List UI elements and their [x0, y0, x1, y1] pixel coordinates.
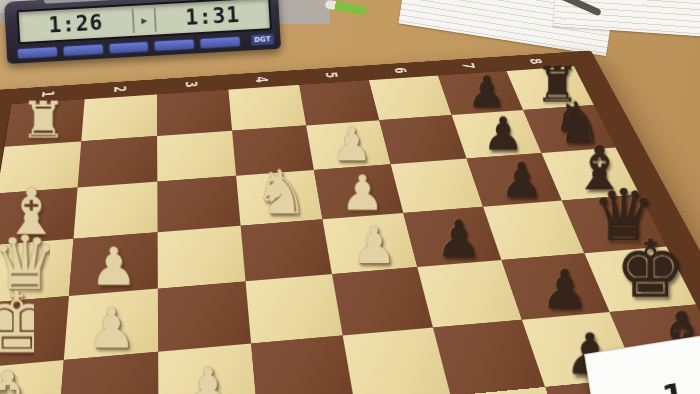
square-e2[interactable]: ♟ [64, 289, 158, 361]
square-f4[interactable] [251, 336, 355, 394]
square-f1[interactable]: ♝ [0, 360, 64, 394]
white-pawn-c5[interactable]: ♟ [322, 168, 403, 216]
white-pawn-b5[interactable]: ♟ [313, 122, 390, 168]
square-e4[interactable] [246, 274, 343, 343]
rank-label-1: 1 [32, 74, 64, 115]
white-knight-c4[interactable]: ♞ [240, 162, 322, 223]
clock-button-3[interactable] [108, 41, 149, 54]
white-bishop-f1[interactable]: ♝ [0, 362, 58, 394]
square-d3[interactable] [158, 226, 246, 289]
white-pawn-d2[interactable]: ♟ [70, 241, 158, 293]
square-c4[interactable]: ♞ [236, 170, 322, 226]
square-f5[interactable] [343, 328, 451, 394]
rank-label-4: 4 [246, 60, 278, 100]
clock-button-2[interactable] [62, 44, 103, 57]
black-pawn-d6[interactable]: ♟ [416, 213, 501, 264]
white-time-display: 1:26 [19, 9, 133, 39]
square-c5[interactable]: ♟ [314, 164, 403, 219]
white-pawn-f3[interactable]: ♟ [159, 360, 257, 394]
rank-label-2: 2 [106, 69, 135, 110]
clock-button-4[interactable] [154, 38, 195, 51]
square-b7[interactable]: ♟ [452, 110, 542, 159]
clock-button-1[interactable] [17, 46, 58, 59]
square-c7[interactable]: ♟ [467, 153, 562, 207]
dgt-logo: DGT [250, 33, 275, 46]
square-f2[interactable] [58, 352, 158, 394]
square-e5[interactable] [332, 267, 433, 335]
white-king-e1[interactable]: ♚ [0, 282, 64, 366]
black-time-display: 1:31 [156, 1, 270, 31]
black-pawn-b7[interactable]: ♟ [465, 111, 541, 156]
square-d6[interactable]: ♟ [403, 207, 501, 267]
square-b3[interactable] [157, 131, 236, 182]
board-grid: ♜♟♜♟♟♞♝♞♟♟♝♛♟♟♟♛♚♟♟♚♝♟♟♝♞♟♞♟♜♟♜ [0, 66, 700, 394]
white-pawn-e2[interactable]: ♟ [65, 301, 158, 356]
chess-board: 12345678 ABCDEFGH ♜♟♜♟♟♞♝♞♟♟♝♛♟♟♟♛♚♟♟♚♝♟… [0, 50, 700, 394]
clock-button-5[interactable] [200, 36, 241, 49]
black-pawn-c7[interactable]: ♟ [481, 157, 561, 205]
square-f3[interactable]: ♟ [158, 344, 257, 394]
square-e3[interactable] [158, 281, 251, 351]
square-e7[interactable]: ♟ [501, 253, 609, 320]
square-c2[interactable] [73, 182, 157, 239]
black-pawn-e7[interactable]: ♟ [520, 263, 610, 316]
board-scene: 12345678 ABCDEFGH ♜♟♜♟♟♞♝♞♟♟♝♛♟♟♟♛♚♟♟♚♝♟… [0, 0, 700, 394]
square-d4[interactable] [241, 219, 332, 281]
square-d2[interactable]: ♟ [69, 232, 158, 296]
square-c3[interactable] [157, 176, 240, 232]
table-number-text: 1 [660, 375, 688, 394]
turn-indicator-icon: ▸ [134, 13, 155, 28]
square-b2[interactable] [78, 136, 158, 188]
rank-label-3: 3 [177, 65, 206, 105]
photo-chess-scene: 12345678 ABCDEFGH ♜♟♜♟♟♞♝♞♟♟♝♛♟♟♟♛♚♟♟♚♝♟… [0, 0, 700, 394]
square-d5[interactable]: ♟ [322, 213, 417, 274]
white-pawn-d5[interactable]: ♟ [331, 220, 417, 271]
